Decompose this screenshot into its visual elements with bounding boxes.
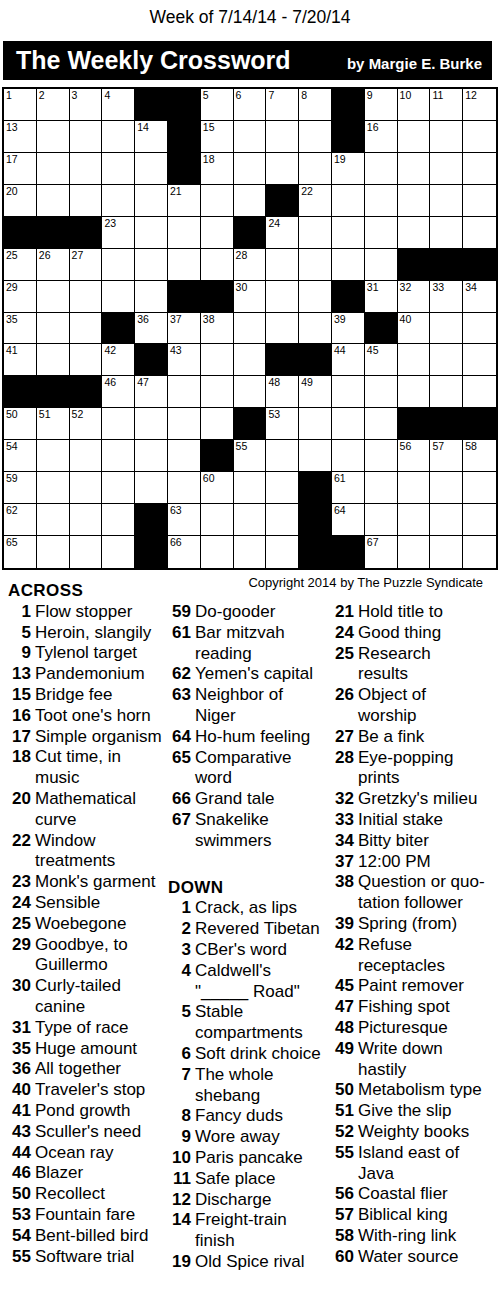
grid-cell[interactable]: 14 bbox=[135, 121, 168, 153]
clue-text: The whole shebang bbox=[195, 1065, 334, 1107]
grid-cell[interactable]: 61 bbox=[332, 472, 365, 504]
cell-number: 38 bbox=[203, 313, 215, 325]
grid-cell[interactable]: 25 bbox=[4, 249, 37, 281]
cell-number: 32 bbox=[400, 281, 412, 293]
down-clue-section: 21Hold title to24Good thing25Research re… bbox=[329, 602, 496, 1268]
grid-cell[interactable] bbox=[365, 504, 398, 536]
grid-cell[interactable] bbox=[102, 472, 135, 504]
clue-across-22: 22Window treatments bbox=[6, 831, 166, 873]
cell-number: 60 bbox=[203, 472, 215, 484]
grid-cell[interactable]: 33 bbox=[430, 281, 463, 313]
clue-down-51: 51Give the slip bbox=[329, 1101, 496, 1122]
cell-number: 54 bbox=[6, 440, 18, 452]
clue-across-40: 40Traveler's stop bbox=[6, 1080, 166, 1101]
grid-cell[interactable]: 17 bbox=[4, 153, 37, 185]
grid-cell[interactable]: 2 bbox=[37, 89, 70, 121]
clue-text: Grand tale bbox=[195, 789, 334, 810]
grid-black-cell bbox=[168, 281, 201, 313]
grid-cell[interactable] bbox=[266, 472, 299, 504]
clue-text: Water source bbox=[358, 1247, 496, 1268]
grid-cell[interactable]: 16 bbox=[365, 121, 398, 153]
clue-down-38: 38Question or quo- tation follower bbox=[329, 872, 496, 914]
cell-number: 16 bbox=[367, 121, 379, 133]
grid-cell[interactable] bbox=[201, 504, 234, 536]
grid-cell[interactable] bbox=[234, 536, 267, 568]
grid-cell[interactable] bbox=[299, 281, 332, 313]
grid-cell[interactable] bbox=[168, 217, 201, 249]
grid-cell[interactable]: 20 bbox=[4, 185, 37, 217]
clue-number: 4 bbox=[166, 961, 191, 982]
grid-cell[interactable] bbox=[234, 504, 267, 536]
grid-cell[interactable] bbox=[70, 313, 103, 345]
clue-number: 45 bbox=[329, 976, 354, 997]
grid-cell[interactable] bbox=[332, 217, 365, 249]
grid-cell[interactable] bbox=[102, 536, 135, 568]
grid-cell[interactable] bbox=[398, 504, 431, 536]
grid-cell[interactable]: 7 bbox=[266, 89, 299, 121]
cell-number: 63 bbox=[170, 504, 182, 516]
clue-number: 64 bbox=[166, 727, 191, 748]
grid-cell[interactable] bbox=[266, 536, 299, 568]
grid-cell[interactable] bbox=[37, 185, 70, 217]
grid-cell[interactable]: 58 bbox=[463, 440, 496, 472]
clue-number: 26 bbox=[329, 685, 354, 706]
grid-cell[interactable]: 62 bbox=[4, 504, 37, 536]
grid-cell[interactable]: 54 bbox=[4, 440, 37, 472]
grid-cell[interactable] bbox=[430, 344, 463, 376]
grid-cell[interactable] bbox=[266, 121, 299, 153]
grid-cell[interactable] bbox=[332, 376, 365, 408]
grid-cell[interactable] bbox=[430, 121, 463, 153]
clue-number: 19 bbox=[166, 1252, 191, 1273]
grid-cell[interactable]: 48 bbox=[266, 376, 299, 408]
grid-cell[interactable]: 21 bbox=[168, 185, 201, 217]
clue-text: Simple organism bbox=[35, 727, 166, 748]
grid-cell[interactable]: 24 bbox=[266, 217, 299, 249]
grid-cell[interactable] bbox=[398, 121, 431, 153]
grid-cell[interactable]: 64 bbox=[332, 504, 365, 536]
grid-cell[interactable]: 52 bbox=[70, 408, 103, 440]
grid-cell[interactable]: 43 bbox=[168, 344, 201, 376]
grid-cell[interactable]: 3 bbox=[70, 89, 103, 121]
grid-cell[interactable]: 40 bbox=[398, 313, 431, 345]
across-clue-section: 59Do-gooder61Bar mitzvah reading62Yemen'… bbox=[166, 602, 334, 852]
grid-cell[interactable]: 55 bbox=[234, 440, 267, 472]
grid-cell[interactable] bbox=[463, 376, 496, 408]
clue-text: CBer's word bbox=[195, 940, 334, 961]
grid-cell[interactable] bbox=[102, 440, 135, 472]
grid-cell[interactable] bbox=[332, 408, 365, 440]
grid-cell[interactable]: 15 bbox=[201, 121, 234, 153]
clue-text: Initial stake bbox=[358, 810, 496, 831]
clue-down-1: 1Crack, as lips bbox=[166, 898, 334, 919]
clue-text: Snakelike swimmers bbox=[195, 810, 334, 852]
clue-number: 39 bbox=[329, 914, 354, 935]
clue-number: 17 bbox=[6, 727, 31, 748]
grid-cell[interactable] bbox=[398, 217, 431, 249]
grid-cell[interactable]: 50 bbox=[4, 408, 37, 440]
grid-cell[interactable] bbox=[463, 217, 496, 249]
clue-text: With-ring link bbox=[358, 1226, 496, 1247]
grid-cell[interactable] bbox=[463, 344, 496, 376]
grid-cell[interactable] bbox=[463, 313, 496, 345]
cell-number: 39 bbox=[334, 313, 346, 325]
grid-cell[interactable] bbox=[135, 440, 168, 472]
clue-across-66: 66Grand tale bbox=[166, 789, 334, 810]
grid-cell[interactable] bbox=[463, 153, 496, 185]
clue-down-25: 25Research results bbox=[329, 644, 496, 686]
clue-number: 50 bbox=[329, 1080, 354, 1101]
clue-number: 63 bbox=[166, 685, 191, 706]
cell-number: 21 bbox=[170, 185, 182, 197]
grid-cell[interactable] bbox=[70, 504, 103, 536]
grid-cell[interactable] bbox=[37, 313, 70, 345]
grid-cell[interactable] bbox=[299, 121, 332, 153]
grid-cell[interactable] bbox=[168, 472, 201, 504]
clue-down-42: 42Refuse receptacles bbox=[329, 935, 496, 977]
clue-number: 2 bbox=[166, 919, 191, 940]
grid-cell[interactable] bbox=[135, 472, 168, 504]
grid-cell[interactable] bbox=[463, 536, 496, 568]
clue-across-9: 9Tylenol target bbox=[6, 643, 166, 664]
clue-down-37: 3712:00 PM bbox=[329, 852, 496, 873]
grid-cell[interactable]: 6 bbox=[234, 89, 267, 121]
grid-cell[interactable]: 47 bbox=[135, 376, 168, 408]
clue-number: 38 bbox=[329, 872, 354, 893]
grid-cell[interactable] bbox=[70, 472, 103, 504]
grid-cell[interactable] bbox=[70, 536, 103, 568]
grid-cell[interactable]: 56 bbox=[398, 440, 431, 472]
grid-cell[interactable] bbox=[37, 344, 70, 376]
clue-across-16: 16Toot one's horn bbox=[6, 706, 166, 727]
grid-cell[interactable] bbox=[201, 185, 234, 217]
clue-down-7: 7The whole shebang bbox=[166, 1065, 334, 1107]
grid-cell[interactable] bbox=[266, 249, 299, 281]
clue-across-63: 63Neighbor of Niger bbox=[166, 685, 334, 727]
grid-cell[interactable] bbox=[201, 344, 234, 376]
clue-across-31: 31Type of race bbox=[6, 1018, 166, 1039]
grid-cell[interactable] bbox=[70, 121, 103, 153]
grid-cell[interactable] bbox=[365, 217, 398, 249]
grid-cell[interactable] bbox=[266, 313, 299, 345]
grid-cell[interactable] bbox=[234, 376, 267, 408]
grid-cell[interactable]: 34 bbox=[463, 281, 496, 313]
clue-text: Fancy duds bbox=[195, 1106, 334, 1127]
grid-cell[interactable] bbox=[102, 408, 135, 440]
grid-cell[interactable]: 60 bbox=[201, 472, 234, 504]
grid-cell[interactable] bbox=[332, 185, 365, 217]
grid-black-cell bbox=[398, 408, 431, 440]
grid-cell[interactable]: 57 bbox=[430, 440, 463, 472]
grid-cell[interactable] bbox=[463, 472, 496, 504]
grid-cell[interactable] bbox=[463, 504, 496, 536]
grid-cell[interactable] bbox=[365, 249, 398, 281]
clue-down-55: 55Island east of Java bbox=[329, 1143, 496, 1185]
grid-cell[interactable] bbox=[102, 281, 135, 313]
cell-number: 43 bbox=[170, 344, 182, 356]
grid-cell[interactable] bbox=[430, 376, 463, 408]
grid-cell[interactable] bbox=[299, 408, 332, 440]
grid-cell[interactable] bbox=[70, 440, 103, 472]
grid-cell[interactable] bbox=[266, 504, 299, 536]
clue-number: 16 bbox=[6, 706, 31, 727]
cell-number: 36 bbox=[137, 313, 149, 325]
clue-number: 62 bbox=[166, 664, 191, 685]
cell-number: 23 bbox=[104, 217, 116, 229]
grid-cell[interactable] bbox=[102, 249, 135, 281]
grid-cell[interactable] bbox=[201, 376, 234, 408]
clue-number: 7 bbox=[166, 1065, 191, 1086]
cell-number: 45 bbox=[367, 344, 379, 356]
grid-cell[interactable] bbox=[365, 185, 398, 217]
grid-cell[interactable] bbox=[135, 408, 168, 440]
clue-number: 5 bbox=[166, 1002, 191, 1023]
grid-cell[interactable]: 10 bbox=[398, 89, 431, 121]
clue-number: 48 bbox=[329, 1018, 354, 1039]
grid-cell[interactable] bbox=[430, 185, 463, 217]
grid-cell[interactable]: 18 bbox=[201, 153, 234, 185]
grid-cell[interactable]: 30 bbox=[234, 281, 267, 313]
grid-black-cell bbox=[299, 472, 332, 504]
grid-cell[interactable] bbox=[299, 153, 332, 185]
grid-cell[interactable]: 5 bbox=[201, 89, 234, 121]
grid-cell[interactable] bbox=[37, 153, 70, 185]
grid-cell[interactable]: 12 bbox=[463, 89, 496, 121]
grid-cell[interactable]: 23 bbox=[102, 217, 135, 249]
grid-black-cell bbox=[266, 185, 299, 217]
grid-cell[interactable] bbox=[266, 440, 299, 472]
clue-text: Biblical king bbox=[358, 1205, 496, 1226]
clue-number: 47 bbox=[329, 997, 354, 1018]
grid-cell[interactable] bbox=[430, 504, 463, 536]
cell-number: 19 bbox=[334, 153, 346, 165]
grid-cell[interactable] bbox=[37, 440, 70, 472]
grid-cell[interactable]: 51 bbox=[37, 408, 70, 440]
grid-cell[interactable] bbox=[234, 185, 267, 217]
grid-cell[interactable] bbox=[102, 153, 135, 185]
grid-cell[interactable] bbox=[201, 408, 234, 440]
grid-cell[interactable] bbox=[299, 440, 332, 472]
grid-cell[interactable]: 53 bbox=[266, 408, 299, 440]
grid-cell[interactable] bbox=[102, 185, 135, 217]
grid-cell[interactable] bbox=[201, 249, 234, 281]
grid-cell[interactable]: 59 bbox=[4, 472, 37, 504]
clue-number: 10 bbox=[166, 1148, 191, 1169]
clue-across-64: 64Ho-hum feeling bbox=[166, 727, 334, 748]
clue-down-2: 2Revered Tibetan bbox=[166, 919, 334, 940]
grid-cell[interactable]: 38 bbox=[201, 313, 234, 345]
grid-cell[interactable] bbox=[37, 504, 70, 536]
grid-cell[interactable] bbox=[365, 408, 398, 440]
clue-across-36: 36All together bbox=[6, 1059, 166, 1080]
grid-cell[interactable] bbox=[365, 472, 398, 504]
grid-cell[interactable]: 8 bbox=[299, 89, 332, 121]
grid-cell[interactable]: 1 bbox=[4, 89, 37, 121]
grid-cell[interactable] bbox=[430, 472, 463, 504]
grid-cell[interactable]: 41 bbox=[4, 344, 37, 376]
grid-cell[interactable] bbox=[135, 153, 168, 185]
grid-cell[interactable] bbox=[168, 376, 201, 408]
grid-cell[interactable] bbox=[37, 281, 70, 313]
clue-number: 25 bbox=[329, 644, 354, 665]
grid-cell[interactable] bbox=[135, 249, 168, 281]
grid-cell[interactable] bbox=[430, 153, 463, 185]
grid-cell[interactable] bbox=[168, 440, 201, 472]
grid-cell[interactable] bbox=[463, 185, 496, 217]
clue-down-19: 19Old Spice rival bbox=[166, 1252, 334, 1273]
clue-text: Bridge fee bbox=[35, 685, 166, 706]
grid-cell[interactable] bbox=[201, 217, 234, 249]
clue-down-58: 58With-ring link bbox=[329, 1226, 496, 1247]
grid-cell[interactable]: 19 bbox=[332, 153, 365, 185]
clue-number: 1 bbox=[166, 898, 191, 919]
grid-cell[interactable]: 31 bbox=[365, 281, 398, 313]
grid-cell[interactable]: 44 bbox=[332, 344, 365, 376]
grid-cell[interactable]: 67 bbox=[365, 536, 398, 568]
grid-cell[interactable] bbox=[430, 536, 463, 568]
grid-cell[interactable]: 46 bbox=[102, 376, 135, 408]
grid-cell[interactable] bbox=[398, 185, 431, 217]
cell-number: 53 bbox=[268, 408, 280, 420]
grid-cell[interactable]: 11 bbox=[430, 89, 463, 121]
grid-cell[interactable] bbox=[70, 185, 103, 217]
clue-number: 6 bbox=[166, 1044, 191, 1065]
grid-cell[interactable]: 29 bbox=[4, 281, 37, 313]
cell-number: 24 bbox=[268, 217, 280, 229]
grid-cell[interactable] bbox=[398, 472, 431, 504]
cell-number: 52 bbox=[72, 408, 84, 420]
grid-black-cell bbox=[430, 408, 463, 440]
clue-text: Old Spice rival bbox=[195, 1252, 334, 1273]
grid-cell[interactable] bbox=[168, 249, 201, 281]
grid-black-cell bbox=[135, 344, 168, 376]
grid-cell[interactable] bbox=[70, 281, 103, 313]
week-title: Week of 7/14/14 - 7/20/14 bbox=[0, 7, 500, 28]
cell-number: 37 bbox=[170, 313, 182, 325]
clue-number: 36 bbox=[6, 1059, 31, 1080]
grid-cell[interactable]: 49 bbox=[299, 376, 332, 408]
grid-cell[interactable]: 65 bbox=[4, 536, 37, 568]
clue-across-24: 24Sensible bbox=[6, 893, 166, 914]
grid-cell[interactable]: 35 bbox=[4, 313, 37, 345]
cell-number: 62 bbox=[6, 504, 18, 516]
grid-cell[interactable] bbox=[332, 440, 365, 472]
grid-cell[interactable]: 27 bbox=[70, 249, 103, 281]
grid-cell[interactable]: 26 bbox=[37, 249, 70, 281]
clue-number: 5 bbox=[6, 623, 31, 644]
clue-down-48: 48Picturesque bbox=[329, 1018, 496, 1039]
grid-cell[interactable] bbox=[365, 153, 398, 185]
cell-number: 57 bbox=[432, 440, 444, 452]
clue-across-25: 25Woebegone bbox=[6, 914, 166, 935]
grid-cell[interactable] bbox=[398, 376, 431, 408]
grid-cell[interactable]: 37 bbox=[168, 313, 201, 345]
grid-cell[interactable]: 66 bbox=[168, 536, 201, 568]
grid-cell[interactable] bbox=[37, 121, 70, 153]
grid-cell[interactable] bbox=[365, 440, 398, 472]
grid-cell[interactable]: 63 bbox=[168, 504, 201, 536]
grid-cell[interactable] bbox=[299, 217, 332, 249]
clue-text: Hold title to bbox=[358, 602, 496, 623]
grid-cell[interactable]: 32 bbox=[398, 281, 431, 313]
clue-across-54: 54Bent-billed bird bbox=[6, 1226, 166, 1247]
grid-cell[interactable] bbox=[37, 536, 70, 568]
grid-cell[interactable] bbox=[266, 153, 299, 185]
grid-cell[interactable] bbox=[135, 217, 168, 249]
grid-cell[interactable] bbox=[234, 121, 267, 153]
clue-across-17: 17Simple organism bbox=[6, 727, 166, 748]
clue-down-47: 47Fishing spot bbox=[329, 997, 496, 1018]
clue-text: Do-gooder bbox=[195, 602, 334, 623]
grid-cell[interactable] bbox=[234, 153, 267, 185]
grid-cell[interactable] bbox=[299, 313, 332, 345]
grid-cell[interactable] bbox=[70, 153, 103, 185]
clue-text: Sculler's need bbox=[35, 1122, 166, 1143]
grid-cell[interactable] bbox=[70, 344, 103, 376]
grid-cell[interactable] bbox=[102, 504, 135, 536]
grid-cell[interactable] bbox=[398, 153, 431, 185]
grid-cell[interactable]: 9 bbox=[365, 89, 398, 121]
grid-cell[interactable] bbox=[398, 344, 431, 376]
clue-number: 35 bbox=[6, 1039, 31, 1060]
grid-cell[interactable] bbox=[135, 185, 168, 217]
grid-cell[interactable] bbox=[135, 281, 168, 313]
clue-number: 8 bbox=[166, 1106, 191, 1127]
clue-across-20: 20Mathematical curve bbox=[6, 789, 166, 831]
grid-cell[interactable] bbox=[365, 376, 398, 408]
grid-black-cell bbox=[463, 408, 496, 440]
clue-down-52: 52Weighty books bbox=[329, 1122, 496, 1143]
grid-cell[interactable] bbox=[201, 536, 234, 568]
grid-cell[interactable] bbox=[37, 472, 70, 504]
grid-cell[interactable] bbox=[168, 408, 201, 440]
clue-text: Wore away bbox=[195, 1127, 334, 1148]
clue-text: Bar mitzvah reading bbox=[195, 623, 334, 665]
grid-cell[interactable]: 22 bbox=[299, 185, 332, 217]
clue-across-5: 5Heroin, slangily bbox=[6, 623, 166, 644]
grid-cell[interactable]: 42 bbox=[102, 344, 135, 376]
grid-cell[interactable] bbox=[234, 313, 267, 345]
grid-cell[interactable] bbox=[234, 344, 267, 376]
grid-cell[interactable] bbox=[234, 472, 267, 504]
grid-cell[interactable]: 39 bbox=[332, 313, 365, 345]
clue-down-45: 45Paint remover bbox=[329, 976, 496, 997]
grid-cell[interactable] bbox=[102, 121, 135, 153]
grid-cell[interactable] bbox=[299, 249, 332, 281]
cell-number: 12 bbox=[465, 89, 477, 101]
clue-down-6: 6Soft drink choice bbox=[166, 1044, 334, 1065]
grid-cell[interactable]: 36 bbox=[135, 313, 168, 345]
grid-cell[interactable] bbox=[398, 536, 431, 568]
grid-cell[interactable] bbox=[332, 249, 365, 281]
clue-text: Fishing spot bbox=[358, 997, 496, 1018]
clue-across-30: 30Curly-tailed canine bbox=[6, 976, 166, 1018]
grid-cell[interactable]: 4 bbox=[102, 89, 135, 121]
grid-cell[interactable]: 45 bbox=[365, 344, 398, 376]
clue-number: 9 bbox=[6, 643, 31, 664]
grid-cell[interactable] bbox=[463, 121, 496, 153]
byline: by Margie E. Burke bbox=[347, 55, 482, 72]
across-clue-section: ACROSS1Flow stopper5Heroin, slangily9Tyl… bbox=[6, 581, 166, 1267]
clue-down-11: 11Safe place bbox=[166, 1169, 334, 1190]
grid-cell[interactable] bbox=[430, 313, 463, 345]
grid-cell[interactable] bbox=[430, 217, 463, 249]
grid-cell[interactable]: 28 bbox=[234, 249, 267, 281]
grid-cell[interactable] bbox=[266, 281, 299, 313]
grid-cell[interactable]: 13 bbox=[4, 121, 37, 153]
clue-across-67: 67Snakelike swimmers bbox=[166, 810, 334, 852]
cell-number: 44 bbox=[334, 344, 346, 356]
